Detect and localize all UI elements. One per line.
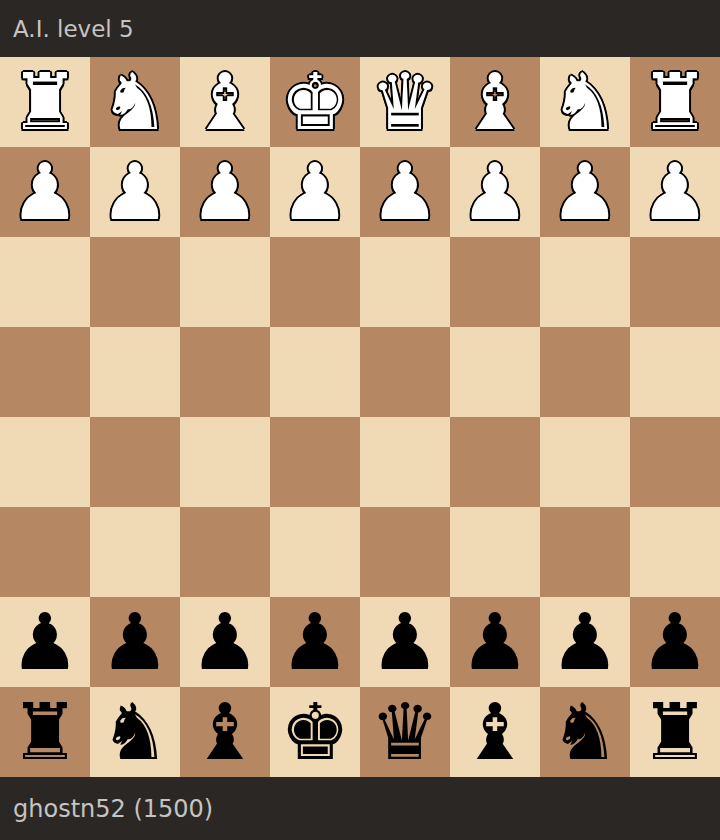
square-b5[interactable] (540, 417, 630, 507)
square-c1[interactable]: ♝ (450, 57, 540, 147)
square-b4[interactable] (540, 327, 630, 417)
square-c7[interactable]: ♟ (450, 597, 540, 687)
square-g2[interactable]: ♟ (90, 147, 180, 237)
piece-white-king[interactable]: ♚ (280, 57, 350, 147)
piece-black-knight[interactable]: ♞ (100, 687, 170, 777)
square-e1[interactable]: ♚ (270, 57, 360, 147)
piece-white-rook[interactable]: ♜ (10, 57, 80, 147)
piece-white-pawn[interactable]: ♟ (100, 147, 170, 237)
square-a3[interactable] (630, 237, 720, 327)
piece-white-bishop[interactable]: ♝ (190, 57, 260, 147)
square-a7[interactable]: ♟ (630, 597, 720, 687)
piece-black-king[interactable]: ♚ (280, 687, 350, 777)
player-name-label: ghostn52 (1500) (13, 795, 213, 823)
piece-white-pawn[interactable]: ♟ (640, 147, 710, 237)
chess-app-window: A.I. level 5 ♜♞♝♚♛♝♞♜♟♟♟♟♟♟♟♟♟♟♟♟♟♟♟♟♜♞♝… (0, 0, 720, 840)
piece-white-pawn[interactable]: ♟ (10, 147, 80, 237)
square-c4[interactable] (450, 327, 540, 417)
piece-black-pawn[interactable]: ♟ (280, 597, 350, 687)
square-f3[interactable] (180, 237, 270, 327)
square-e3[interactable] (270, 237, 360, 327)
square-a2[interactable]: ♟ (630, 147, 720, 237)
square-b7[interactable]: ♟ (540, 597, 630, 687)
player-bar: ghostn52 (1500) (0, 777, 720, 840)
square-f7[interactable]: ♟ (180, 597, 270, 687)
piece-white-pawn[interactable]: ♟ (460, 147, 530, 237)
square-e7[interactable]: ♟ (270, 597, 360, 687)
piece-black-pawn[interactable]: ♟ (460, 597, 530, 687)
square-f6[interactable] (180, 507, 270, 597)
piece-white-knight[interactable]: ♞ (100, 57, 170, 147)
square-e2[interactable]: ♟ (270, 147, 360, 237)
square-e8[interactable]: ♚ (270, 687, 360, 777)
square-d1[interactable]: ♛ (360, 57, 450, 147)
square-g7[interactable]: ♟ (90, 597, 180, 687)
square-g8[interactable]: ♞ (90, 687, 180, 777)
piece-black-bishop[interactable]: ♝ (460, 687, 530, 777)
piece-black-pawn[interactable]: ♟ (190, 597, 260, 687)
square-c2[interactable]: ♟ (450, 147, 540, 237)
piece-white-knight[interactable]: ♞ (550, 57, 620, 147)
square-f4[interactable] (180, 327, 270, 417)
square-h3[interactable] (0, 237, 90, 327)
square-g5[interactable] (90, 417, 180, 507)
square-g1[interactable]: ♞ (90, 57, 180, 147)
square-c3[interactable] (450, 237, 540, 327)
square-b8[interactable]: ♞ (540, 687, 630, 777)
square-d5[interactable] (360, 417, 450, 507)
square-h2[interactable]: ♟ (0, 147, 90, 237)
piece-black-pawn[interactable]: ♟ (640, 597, 710, 687)
square-h5[interactable] (0, 417, 90, 507)
square-a6[interactable] (630, 507, 720, 597)
square-a8[interactable]: ♜ (630, 687, 720, 777)
square-c6[interactable] (450, 507, 540, 597)
square-h6[interactable] (0, 507, 90, 597)
square-e5[interactable] (270, 417, 360, 507)
square-f8[interactable]: ♝ (180, 687, 270, 777)
chess-board: ♜♞♝♚♛♝♞♜♟♟♟♟♟♟♟♟♟♟♟♟♟♟♟♟♜♞♝♚♛♝♞♜ (0, 57, 720, 777)
square-e4[interactable] (270, 327, 360, 417)
opponent-name-label: A.I. level 5 (13, 16, 134, 42)
piece-black-pawn[interactable]: ♟ (10, 597, 80, 687)
square-h4[interactable] (0, 327, 90, 417)
square-f1[interactable]: ♝ (180, 57, 270, 147)
piece-black-pawn[interactable]: ♟ (550, 597, 620, 687)
square-d2[interactable]: ♟ (360, 147, 450, 237)
square-b1[interactable]: ♞ (540, 57, 630, 147)
piece-black-pawn[interactable]: ♟ (370, 597, 440, 687)
square-a4[interactable] (630, 327, 720, 417)
piece-black-bishop[interactable]: ♝ (190, 687, 260, 777)
square-g3[interactable] (90, 237, 180, 327)
square-h8[interactable]: ♜ (0, 687, 90, 777)
piece-black-pawn[interactable]: ♟ (100, 597, 170, 687)
square-g4[interactable] (90, 327, 180, 417)
piece-white-pawn[interactable]: ♟ (550, 147, 620, 237)
piece-black-queen[interactable]: ♛ (370, 687, 440, 777)
square-h7[interactable]: ♟ (0, 597, 90, 687)
square-b2[interactable]: ♟ (540, 147, 630, 237)
piece-white-bishop[interactable]: ♝ (460, 57, 530, 147)
opponent-bar: A.I. level 5 (0, 0, 720, 57)
square-g6[interactable] (90, 507, 180, 597)
piece-black-rook[interactable]: ♜ (10, 687, 80, 777)
piece-black-rook[interactable]: ♜ (640, 687, 710, 777)
piece-white-pawn[interactable]: ♟ (370, 147, 440, 237)
piece-white-pawn[interactable]: ♟ (190, 147, 260, 237)
square-b6[interactable] (540, 507, 630, 597)
square-d4[interactable] (360, 327, 450, 417)
square-d3[interactable] (360, 237, 450, 327)
square-c5[interactable] (450, 417, 540, 507)
square-h1[interactable]: ♜ (0, 57, 90, 147)
square-b3[interactable] (540, 237, 630, 327)
square-f5[interactable] (180, 417, 270, 507)
square-f2[interactable]: ♟ (180, 147, 270, 237)
square-d6[interactable] (360, 507, 450, 597)
square-a1[interactable]: ♜ (630, 57, 720, 147)
piece-white-rook[interactable]: ♜ (640, 57, 710, 147)
square-c8[interactable]: ♝ (450, 687, 540, 777)
piece-white-queen[interactable]: ♛ (370, 57, 440, 147)
square-e6[interactable] (270, 507, 360, 597)
piece-black-knight[interactable]: ♞ (550, 687, 620, 777)
piece-white-pawn[interactable]: ♟ (280, 147, 350, 237)
square-d7[interactable]: ♟ (360, 597, 450, 687)
square-a5[interactable] (630, 417, 720, 507)
square-d8[interactable]: ♛ (360, 687, 450, 777)
